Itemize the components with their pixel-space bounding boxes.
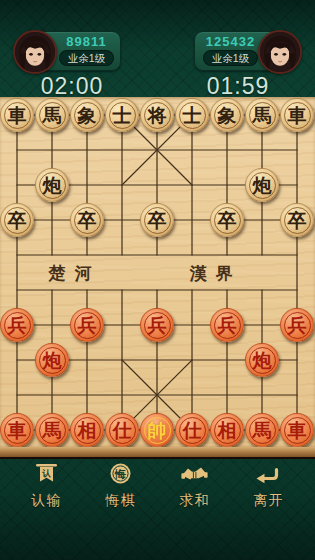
resign-button[interactable]: 认 认输 <box>18 458 74 510</box>
piece-black-車[interactable]: 車 <box>0 98 34 132</box>
piece-black-卒[interactable]: 卒 <box>210 203 244 237</box>
piece-red-兵[interactable]: 兵 <box>0 308 34 342</box>
piece-red-仕[interactable]: 仕 <box>105 413 139 447</box>
piece-black-象[interactable]: 象 <box>210 98 244 132</box>
river-label-right: 漢界 <box>181 262 242 285</box>
piece-red-兵[interactable]: 兵 <box>70 308 104 342</box>
piece-red-車[interactable]: 車 <box>280 413 314 447</box>
piece-red-相[interactable]: 相 <box>210 413 244 447</box>
surrender-banner-icon: 认 <box>33 462 60 489</box>
piece-red-兵[interactable]: 兵 <box>210 308 244 342</box>
draw-offer-label: 求和 <box>180 492 210 510</box>
return-arrow-icon <box>255 462 282 489</box>
piece-black-馬[interactable]: 馬 <box>35 98 69 132</box>
leave-button[interactable]: 离开 <box>241 458 297 510</box>
timer-right: 01:59 <box>196 73 280 100</box>
river-label-left: 楚河 <box>40 262 101 285</box>
piece-red-馬[interactable]: 馬 <box>35 413 69 447</box>
piece-black-象[interactable]: 象 <box>70 98 104 132</box>
piece-red-仕[interactable]: 仕 <box>175 413 209 447</box>
draw-offer-button[interactable]: 求和 <box>167 458 223 510</box>
piece-red-馬[interactable]: 馬 <box>245 413 279 447</box>
resign-label: 认输 <box>31 492 61 510</box>
piece-red-兵[interactable]: 兵 <box>280 308 314 342</box>
piece-black-士[interactable]: 士 <box>175 98 209 132</box>
piece-red-兵[interactable]: 兵 <box>140 308 174 342</box>
svg-text:悔: 悔 <box>114 468 126 480</box>
avatar-left <box>13 30 57 74</box>
piece-black-馬[interactable]: 馬 <box>245 98 279 132</box>
undo-piece-icon: 悔 <box>107 462 134 489</box>
piece-black-車[interactable]: 車 <box>280 98 314 132</box>
player-rank-left: 业余1级 <box>59 50 114 66</box>
xiangqi-board[interactable]: 楚河 漢界 車馬象士将士象馬車炮炮卒卒卒卒卒兵兵兵兵兵炮炮車馬相仕帥仕相馬車 <box>0 97 315 457</box>
piece-black-卒[interactable]: 卒 <box>280 203 314 237</box>
piece-red-炮[interactable]: 炮 <box>245 343 279 377</box>
game-screen: 89811 业余1级 02:00 125432 业余1级 <box>0 0 315 560</box>
svg-text:认: 认 <box>41 468 51 478</box>
board-wood: 楚河 漢界 車馬象士将士象馬車炮炮卒卒卒卒卒兵兵兵兵兵炮炮車馬相仕帥仕相馬車 <box>0 97 315 447</box>
leave-label: 离开 <box>254 492 284 510</box>
piece-red-炮[interactable]: 炮 <box>35 343 69 377</box>
player-score-right: 125432 <box>206 35 255 49</box>
piece-black-炮[interactable]: 炮 <box>35 168 69 202</box>
piece-black-卒[interactable]: 卒 <box>70 203 104 237</box>
piece-black-将[interactable]: 将 <box>140 98 174 132</box>
handshake-icon <box>181 462 208 489</box>
piece-red-車[interactable]: 車 <box>0 413 34 447</box>
undo-button[interactable]: 悔 悔棋 <box>92 458 148 510</box>
player-score-left: 89811 <box>66 35 106 49</box>
bottom-toolbar: 认 认输 悔 悔棋 求和 <box>0 458 315 516</box>
timer-left: 02:00 <box>30 73 114 100</box>
piece-red-帥[interactable]: 帥 <box>140 413 174 447</box>
undo-label: 悔棋 <box>105 492 135 510</box>
piece-black-炮[interactable]: 炮 <box>245 168 279 202</box>
piece-black-卒[interactable]: 卒 <box>0 203 34 237</box>
piece-black-卒[interactable]: 卒 <box>140 203 174 237</box>
player-rank-right: 业余1级 <box>203 50 258 66</box>
avatar-right <box>258 30 302 74</box>
piece-red-相[interactable]: 相 <box>70 413 104 447</box>
piece-black-士[interactable]: 士 <box>105 98 139 132</box>
